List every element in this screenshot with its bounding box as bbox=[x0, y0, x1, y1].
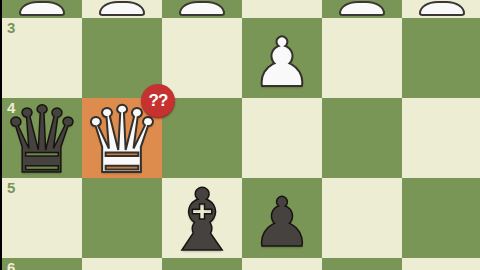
square-e5[interactable]: ♟ bbox=[242, 178, 322, 258]
square-h4[interactable]: 4♛ bbox=[2, 98, 82, 178]
square-h2[interactable] bbox=[2, 0, 82, 18]
square-d5[interactable] bbox=[322, 178, 402, 258]
rank-label-3: 3 bbox=[7, 20, 15, 37]
square-c2[interactable] bbox=[402, 0, 480, 18]
square-f4[interactable] bbox=[162, 98, 242, 178]
square-h3[interactable]: 3 bbox=[2, 18, 82, 98]
piece-white-pawn-icon[interactable]: ♟ bbox=[252, 29, 313, 97]
square-f3[interactable] bbox=[162, 18, 242, 98]
piece-white-pawn-partial-icon[interactable] bbox=[339, 1, 385, 16]
square-d2[interactable] bbox=[322, 0, 402, 18]
square-d3[interactable] bbox=[322, 18, 402, 98]
chess-board: 3♟4♛♛5♝♟6 bbox=[2, 0, 480, 270]
square-d4[interactable] bbox=[322, 98, 402, 178]
square-c4[interactable] bbox=[402, 98, 480, 178]
square-d6[interactable] bbox=[322, 258, 402, 270]
square-c6[interactable] bbox=[402, 258, 480, 270]
square-f2[interactable] bbox=[162, 0, 242, 18]
square-e2[interactable] bbox=[242, 0, 322, 18]
square-e3[interactable]: ♟ bbox=[242, 18, 322, 98]
square-f5[interactable]: ♝ bbox=[162, 178, 242, 258]
piece-white-pawn-partial-icon[interactable] bbox=[419, 1, 465, 16]
piece-black-bishop-icon[interactable]: ♝ bbox=[163, 177, 240, 263]
piece-white-pawn-partial-icon[interactable] bbox=[179, 1, 225, 16]
rank-label-5: 5 bbox=[7, 180, 15, 197]
square-e4[interactable] bbox=[242, 98, 322, 178]
rank-label-6: 6 bbox=[7, 260, 15, 270]
blunder-badge: ?? bbox=[141, 84, 175, 118]
letterbox-left bbox=[0, 0, 2, 270]
square-h6[interactable]: 6 bbox=[2, 258, 82, 270]
square-g6[interactable] bbox=[82, 258, 162, 270]
board-crop-stage: 3♟4♛♛5♝♟6 ?? bbox=[0, 0, 480, 270]
square-c5[interactable] bbox=[402, 178, 480, 258]
piece-white-pawn-partial-icon[interactable] bbox=[99, 1, 145, 16]
square-g2[interactable] bbox=[82, 0, 162, 18]
square-c3[interactable] bbox=[402, 18, 480, 98]
piece-black-pawn-icon[interactable]: ♟ bbox=[252, 189, 313, 257]
piece-white-pawn-partial-icon[interactable] bbox=[19, 1, 65, 16]
piece-black-queen-icon[interactable]: ♛ bbox=[1, 95, 83, 187]
